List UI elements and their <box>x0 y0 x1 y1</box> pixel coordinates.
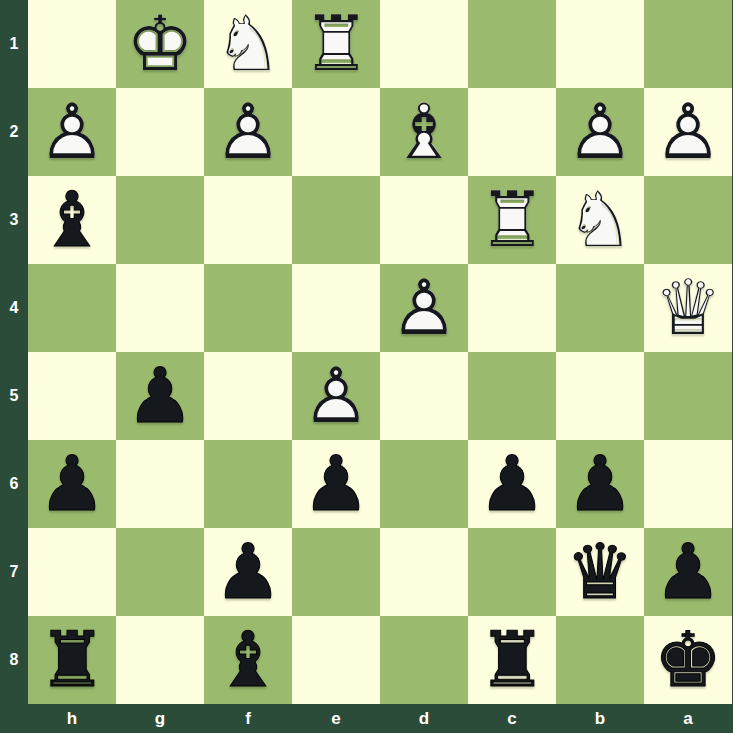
rank-labels: 12345678 <box>0 0 28 704</box>
square-f4[interactable] <box>204 264 292 352</box>
rank-label-6: 6 <box>0 440 28 528</box>
white-pawn[interactable]: ♟♙ <box>644 88 732 176</box>
file-label-a: a <box>644 704 732 733</box>
black-pawn-glyph: ♟ <box>292 440 380 528</box>
square-f6[interactable] <box>204 440 292 528</box>
square-g3[interactable] <box>116 176 204 264</box>
rank-label-5: 5 <box>0 352 28 440</box>
square-h8[interactable]: ♜ <box>28 616 116 704</box>
black-bishop[interactable]: ♝ <box>28 176 116 264</box>
file-label-e: e <box>292 704 380 733</box>
rank-label-4: 4 <box>0 264 28 352</box>
square-h2[interactable]: ♟♙ <box>28 88 116 176</box>
square-a1[interactable] <box>644 0 732 88</box>
black-bishop-glyph: ♝ <box>204 616 292 704</box>
rank-label-2: 2 <box>0 88 28 176</box>
square-b5[interactable] <box>556 352 644 440</box>
square-e3[interactable] <box>292 176 380 264</box>
white-pawn-outline: ♙ <box>292 352 380 440</box>
black-pawn[interactable]: ♟ <box>644 528 732 616</box>
square-e8[interactable] <box>292 616 380 704</box>
square-b6[interactable]: ♟ <box>556 440 644 528</box>
square-a4[interactable]: ♛♕ <box>644 264 732 352</box>
white-pawn-outline: ♙ <box>380 264 468 352</box>
file-label-b: b <box>556 704 644 733</box>
square-d8[interactable] <box>380 616 468 704</box>
square-d5[interactable] <box>380 352 468 440</box>
square-f7[interactable]: ♟ <box>204 528 292 616</box>
white-knight-outline: ♘ <box>204 0 292 88</box>
white-pawn-outline: ♙ <box>204 88 292 176</box>
black-pawn-glyph: ♟ <box>204 528 292 616</box>
black-pawn[interactable]: ♟ <box>556 440 644 528</box>
rank-label-8: 8 <box>0 616 28 704</box>
square-e7[interactable] <box>292 528 380 616</box>
square-h3[interactable]: ♝ <box>28 176 116 264</box>
square-b7[interactable]: ♛ <box>556 528 644 616</box>
square-c1[interactable] <box>468 0 556 88</box>
square-a8[interactable]: ♚ <box>644 616 732 704</box>
square-d7[interactable] <box>380 528 468 616</box>
square-f3[interactable] <box>204 176 292 264</box>
black-pawn[interactable]: ♟ <box>468 440 556 528</box>
file-label-g: g <box>116 704 204 733</box>
square-b4[interactable] <box>556 264 644 352</box>
black-bishop-glyph: ♝ <box>28 176 116 264</box>
black-pawn-glyph: ♟ <box>28 440 116 528</box>
square-h1[interactable] <box>28 0 116 88</box>
square-e2[interactable] <box>292 88 380 176</box>
white-pawn-outline: ♙ <box>644 88 732 176</box>
file-label-c: c <box>468 704 556 733</box>
square-g4[interactable] <box>116 264 204 352</box>
white-pawn-outline: ♙ <box>556 88 644 176</box>
white-rook-outline: ♖ <box>468 176 556 264</box>
square-c4[interactable] <box>468 264 556 352</box>
black-pawn[interactable]: ♟ <box>292 440 380 528</box>
white-rook[interactable]: ♜♖ <box>292 0 380 88</box>
black-pawn-glyph: ♟ <box>116 352 204 440</box>
rank-label-7: 7 <box>0 528 28 616</box>
square-e4[interactable] <box>292 264 380 352</box>
black-pawn-glyph: ♟ <box>468 440 556 528</box>
square-g7[interactable] <box>116 528 204 616</box>
square-d1[interactable] <box>380 0 468 88</box>
file-labels: hgfedcba <box>28 704 732 733</box>
square-f2[interactable]: ♟♙ <box>204 88 292 176</box>
black-bishop[interactable]: ♝ <box>204 616 292 704</box>
white-pawn[interactable]: ♟♙ <box>380 264 468 352</box>
square-h7[interactable] <box>28 528 116 616</box>
square-a2[interactable]: ♟♙ <box>644 88 732 176</box>
square-g5[interactable]: ♟ <box>116 352 204 440</box>
square-f5[interactable] <box>204 352 292 440</box>
white-queen[interactable]: ♛♕ <box>644 264 732 352</box>
white-rook[interactable]: ♜♖ <box>468 176 556 264</box>
file-label-h: h <box>28 704 116 733</box>
white-rook-outline: ♖ <box>292 0 380 88</box>
square-b1[interactable] <box>556 0 644 88</box>
square-h4[interactable] <box>28 264 116 352</box>
square-g1[interactable]: ♚♔ <box>116 0 204 88</box>
black-rook-glyph: ♜ <box>28 616 116 704</box>
white-pawn[interactable]: ♟♙ <box>28 88 116 176</box>
square-c6[interactable]: ♟ <box>468 440 556 528</box>
square-f1[interactable]: ♞♘ <box>204 0 292 88</box>
square-g6[interactable] <box>116 440 204 528</box>
white-knight[interactable]: ♞♘ <box>556 176 644 264</box>
square-e5[interactable]: ♟♙ <box>292 352 380 440</box>
white-queen-outline: ♕ <box>644 264 732 352</box>
square-b3[interactable]: ♞♘ <box>556 176 644 264</box>
square-c5[interactable] <box>468 352 556 440</box>
black-pawn-glyph: ♟ <box>556 440 644 528</box>
square-e1[interactable]: ♜♖ <box>292 0 380 88</box>
black-king[interactable]: ♚ <box>644 616 732 704</box>
square-d3[interactable] <box>380 176 468 264</box>
square-c2[interactable] <box>468 88 556 176</box>
white-pawn[interactable]: ♟♙ <box>292 352 380 440</box>
square-d6[interactable] <box>380 440 468 528</box>
black-pawn[interactable]: ♟ <box>204 528 292 616</box>
white-pawn-outline: ♙ <box>28 88 116 176</box>
file-label-d: d <box>380 704 468 733</box>
black-queen-glyph: ♛ <box>556 528 644 616</box>
square-h5[interactable] <box>28 352 116 440</box>
square-a7[interactable]: ♟ <box>644 528 732 616</box>
square-d4[interactable]: ♟♙ <box>380 264 468 352</box>
black-rook[interactable]: ♜ <box>468 616 556 704</box>
square-c8[interactable]: ♜ <box>468 616 556 704</box>
black-pawn[interactable]: ♟ <box>116 352 204 440</box>
square-a6[interactable] <box>644 440 732 528</box>
square-g8[interactable] <box>116 616 204 704</box>
white-bishop-outline: ♗ <box>380 88 468 176</box>
file-label-f: f <box>204 704 292 733</box>
white-king[interactable]: ♚♔ <box>116 0 204 88</box>
square-c7[interactable] <box>468 528 556 616</box>
white-pawn[interactable]: ♟♙ <box>204 88 292 176</box>
square-a3[interactable] <box>644 176 732 264</box>
black-rook[interactable]: ♜ <box>28 616 116 704</box>
square-f8[interactable]: ♝ <box>204 616 292 704</box>
white-knight-outline: ♘ <box>556 176 644 264</box>
square-b8[interactable] <box>556 616 644 704</box>
rank-label-1: 1 <box>0 0 28 88</box>
white-bishop[interactable]: ♝♗ <box>380 88 468 176</box>
black-pawn[interactable]: ♟ <box>28 440 116 528</box>
white-pawn[interactable]: ♟♙ <box>556 88 644 176</box>
black-pawn-glyph: ♟ <box>644 528 732 616</box>
square-a5[interactable] <box>644 352 732 440</box>
black-king-glyph: ♚ <box>644 616 732 704</box>
black-rook-glyph: ♜ <box>468 616 556 704</box>
square-d2[interactable]: ♝♗ <box>380 88 468 176</box>
board-frame: 12345678 ♚♔♞♘♜♖♟♙♟♙♝♗♟♙♟♙♝♜♖♞♘♟♙♛♕♟♟♙♟♟♟… <box>0 0 733 733</box>
square-g2[interactable] <box>116 88 204 176</box>
square-b2[interactable]: ♟♙ <box>556 88 644 176</box>
black-queen[interactable]: ♛ <box>556 528 644 616</box>
rank-label-3: 3 <box>0 176 28 264</box>
square-e6[interactable]: ♟ <box>292 440 380 528</box>
square-h6[interactable]: ♟ <box>28 440 116 528</box>
white-king-outline: ♔ <box>116 0 204 88</box>
white-knight[interactable]: ♞♘ <box>204 0 292 88</box>
square-c3[interactable]: ♜♖ <box>468 176 556 264</box>
chess-board: ♚♔♞♘♜♖♟♙♟♙♝♗♟♙♟♙♝♜♖♞♘♟♙♛♕♟♟♙♟♟♟♟♟♛♟♜♝♜♚ <box>28 0 732 704</box>
